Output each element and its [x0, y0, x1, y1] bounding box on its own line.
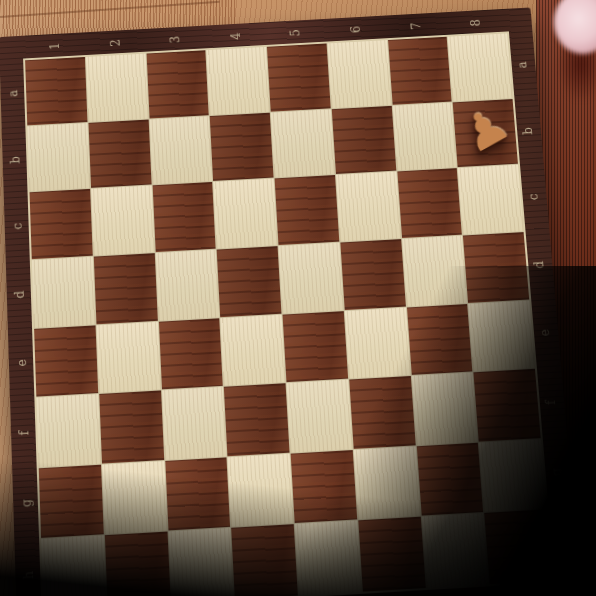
square-b2 — [88, 119, 151, 188]
square-h7 — [421, 513, 489, 588]
square-e2 — [96, 321, 160, 393]
coord-label-right-d: d — [532, 260, 547, 268]
square-d3 — [155, 250, 219, 321]
square-g7 — [416, 442, 483, 516]
square-h6 — [358, 517, 425, 592]
square-d2 — [94, 253, 158, 324]
square-b5 — [271, 109, 335, 178]
square-d4 — [217, 246, 282, 317]
square-b1 — [27, 123, 90, 192]
square-h4 — [231, 525, 297, 596]
square-g4 — [228, 453, 294, 527]
square-g2 — [102, 461, 167, 535]
square-f8 — [474, 369, 541, 441]
square-e1 — [34, 325, 98, 397]
white-pawn-lying: ♟ — [453, 99, 517, 162]
square-c2 — [91, 186, 154, 256]
square-h2 — [105, 532, 171, 596]
square-f3 — [162, 387, 227, 460]
coord-label-left-f: f — [17, 430, 31, 435]
square-a1 — [25, 57, 87, 125]
square-c3 — [152, 182, 216, 252]
coord-label-right-f: f — [544, 400, 559, 405]
coord-label-left-h: h — [22, 571, 37, 580]
square-f1 — [36, 394, 100, 467]
square-d5 — [279, 242, 344, 313]
square-c8 — [458, 165, 524, 235]
square-a6 — [327, 40, 391, 108]
square-g8 — [479, 439, 547, 512]
coord-label-top-8: 8 — [469, 19, 483, 27]
coord-label-left-e: e — [15, 359, 29, 367]
square-g6 — [353, 446, 420, 520]
square-e5 — [283, 311, 348, 383]
square-c5 — [275, 175, 339, 245]
square-e4 — [220, 314, 285, 386]
square-e3 — [158, 318, 223, 390]
square-b8: ♟ — [453, 99, 518, 168]
square-f2 — [99, 391, 164, 464]
square-a2 — [86, 54, 148, 122]
square-c7 — [397, 168, 462, 238]
square-h3 — [168, 528, 234, 596]
coord-label-top-2: 2 — [108, 39, 122, 47]
square-d6 — [340, 239, 405, 310]
coord-label-right-c: c — [526, 194, 540, 201]
coord-label-right-a: a — [515, 61, 529, 69]
square-c1 — [30, 189, 93, 259]
coord-label-top-6: 6 — [349, 26, 363, 34]
coord-label-left-a: a — [6, 90, 20, 98]
coord-label-top-7: 7 — [409, 22, 423, 30]
coord-label-left-d: d — [13, 290, 27, 298]
square-b3 — [149, 116, 212, 185]
coord-label-top-5: 5 — [289, 29, 303, 37]
square-a5 — [267, 43, 331, 111]
square-b6 — [331, 106, 395, 175]
square-c6 — [336, 172, 401, 242]
square-g1 — [39, 464, 104, 538]
square-a8 — [448, 33, 513, 101]
square-f4 — [224, 383, 289, 456]
square-b7 — [392, 102, 457, 171]
scene: 12345678 12345678 abcdefgh abcdefgh ♟ — [0, 0, 596, 596]
square-d7 — [402, 235, 468, 306]
square-a3 — [146, 50, 209, 118]
coord-label-left-c: c — [11, 223, 25, 230]
coord-label-top-4: 4 — [229, 32, 243, 40]
square-d1 — [32, 257, 95, 328]
square-a4 — [207, 47, 270, 115]
coord-label-right-g: g — [549, 468, 564, 477]
square-g3 — [165, 457, 231, 531]
square-a7 — [388, 37, 452, 105]
coord-label-right-h: h — [555, 539, 570, 548]
square-h5 — [295, 521, 362, 596]
square-b4 — [210, 112, 274, 181]
square-g5 — [291, 450, 357, 524]
chessboard: 12345678 12345678 abcdefgh abcdefgh ♟ — [0, 7, 582, 596]
square-h8 — [485, 510, 553, 585]
square-c4 — [213, 179, 277, 249]
coord-label-top-3: 3 — [168, 36, 182, 44]
board-grid: ♟ — [25, 33, 552, 596]
square-e7 — [406, 304, 472, 376]
square-e8 — [468, 300, 535, 371]
coord-label-top-1: 1 — [48, 42, 62, 50]
coord-label-right-e: e — [538, 329, 553, 337]
square-d8 — [463, 232, 529, 303]
coord-label-left-g: g — [19, 499, 34, 508]
square-h1 — [41, 536, 106, 596]
square-f7 — [411, 373, 478, 446]
square-e6 — [345, 307, 411, 379]
coord-label-right-b: b — [521, 127, 535, 135]
square-f6 — [349, 376, 415, 449]
coord-label-left-b: b — [8, 156, 22, 164]
square-f5 — [287, 380, 353, 453]
coord-label-bottom-8: 8 — [514, 592, 529, 596]
